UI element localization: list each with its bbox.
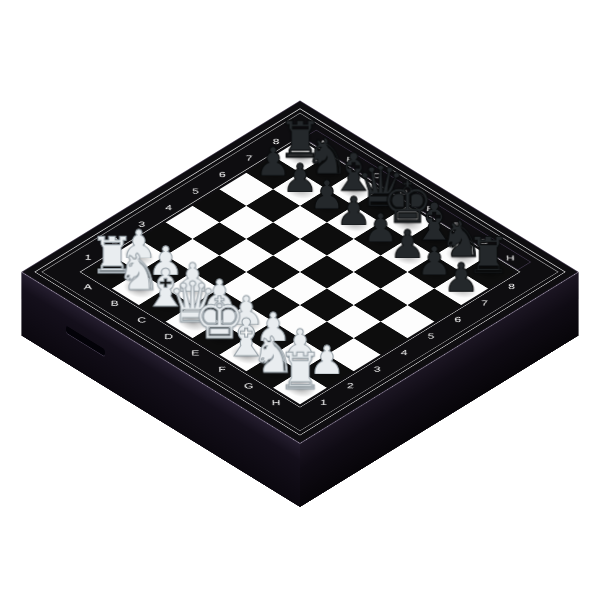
label-rank-right-4: 4 <box>401 349 408 356</box>
label-file-top-d: D <box>399 188 408 195</box>
product-photo-chess-box-scene: ABCDEFGH ABCDEFGH 87654321 87654321 ♜♞♝♛… <box>0 0 600 600</box>
label-file-bottom-g: G <box>245 382 254 389</box>
label-rank-right-3: 3 <box>374 366 381 373</box>
label-rank-right-1: 1 <box>320 399 327 406</box>
label-file-bottom-e: E <box>192 349 200 356</box>
label-file-bottom-d: D <box>164 333 173 340</box>
label-rank-right-6: 6 <box>455 316 462 323</box>
label-rank-right-8: 8 <box>508 283 515 290</box>
label-rank-right-5: 5 <box>428 333 435 340</box>
label-file-top-c: C <box>373 172 382 179</box>
label-file-bottom-c: C <box>138 316 147 323</box>
label-file-top-b: B <box>346 155 354 162</box>
label-file-bottom-a: A <box>84 283 92 290</box>
label-rank-right-7: 7 <box>482 299 489 306</box>
label-rank-left-7: 7 <box>246 154 253 161</box>
drawer-slot <box>66 325 105 356</box>
board-top-face: ABCDEFGH ABCDEFGH 87654321 87654321 ♜♞♝♛… <box>21 100 578 443</box>
label-file-top-a: A <box>320 139 328 146</box>
label-rank-left-8: 8 <box>273 138 280 145</box>
label-file-top-f: F <box>453 221 460 228</box>
label-file-bottom-b: B <box>111 299 119 306</box>
label-rank-left-3: 3 <box>139 221 146 228</box>
label-file-bottom-h: H <box>272 399 281 406</box>
label-file-bottom-f: F <box>219 366 226 373</box>
label-rank-right-2: 2 <box>347 382 354 389</box>
label-rank-left-6: 6 <box>219 171 226 178</box>
chess-box: ABCDEFGH ABCDEFGH 87654321 87654321 ♜♞♝♛… <box>21 100 578 443</box>
label-rank-left-4: 4 <box>165 204 172 211</box>
label-rank-left-5: 5 <box>192 188 199 195</box>
label-file-top-e: E <box>426 204 434 211</box>
